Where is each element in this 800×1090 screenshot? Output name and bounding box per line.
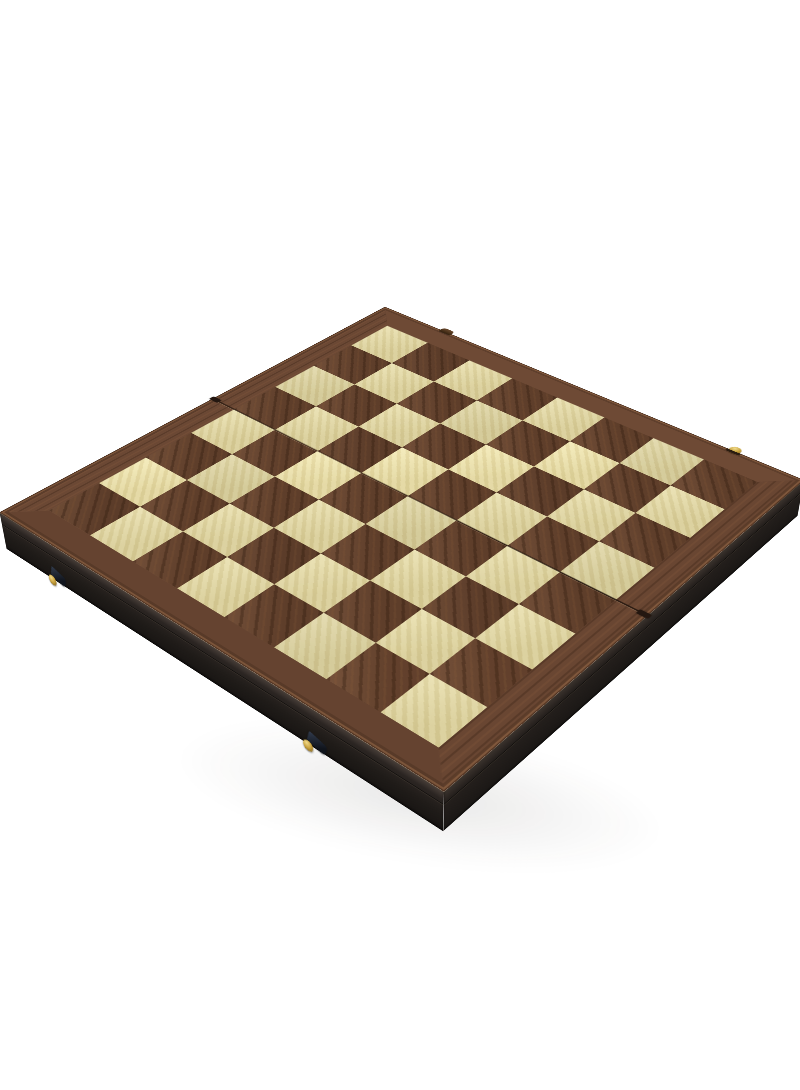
square-g1 — [326, 643, 430, 713]
product-photo — [0, 0, 800, 1090]
catch-brass-knob — [726, 445, 743, 455]
square-g4 — [466, 545, 561, 604]
square-h4 — [519, 572, 616, 634]
clasp-left — [45, 563, 69, 596]
square-f5 — [456, 492, 546, 545]
square-d1 — [177, 557, 274, 617]
square-e1 — [224, 584, 323, 647]
square-e3 — [321, 524, 414, 580]
square-g2 — [375, 608, 476, 674]
square-f1 — [274, 613, 375, 679]
square-d2 — [227, 528, 321, 585]
square-f2 — [323, 580, 421, 643]
square-h5 — [560, 542, 654, 600]
square-h3 — [476, 604, 576, 669]
square-f4 — [415, 520, 508, 576]
square-g3 — [422, 576, 520, 638]
square-c1 — [133, 531, 228, 588]
square-f3 — [370, 549, 465, 608]
square-c2 — [182, 503, 274, 557]
square-b1 — [90, 507, 183, 561]
chess-board — [0, 307, 800, 792]
square-h1 — [381, 674, 487, 748]
square-e4 — [366, 496, 457, 549]
square-g6 — [547, 489, 636, 542]
square-h6 — [599, 513, 690, 568]
square-e2 — [274, 553, 370, 613]
square-d3 — [274, 500, 365, 554]
square-h2 — [430, 638, 533, 707]
square-g5 — [507, 516, 599, 572]
